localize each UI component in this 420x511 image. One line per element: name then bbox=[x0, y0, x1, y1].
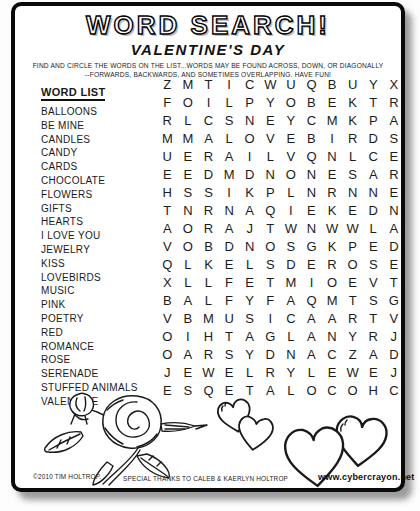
grid-cell-r5c6[interactable]: L bbox=[267, 148, 274, 166]
grid-cell-r3c2[interactable]: L bbox=[184, 112, 191, 130]
grid-cell-r2c4[interactable]: L bbox=[225, 94, 232, 112]
grid-cell-r5c1[interactable]: U bbox=[163, 148, 172, 166]
grid-cell-r14c5[interactable]: S bbox=[245, 310, 254, 328]
grid-cell-r4c9[interactable]: I bbox=[330, 130, 334, 148]
grid-cell-r4c5[interactable]: O bbox=[245, 130, 255, 148]
word-list-item: JEWELRY bbox=[41, 243, 166, 257]
grid-cell-r9c8[interactable]: N bbox=[307, 220, 316, 238]
grid-cell-r5c9[interactable]: N bbox=[327, 148, 336, 166]
grid-cell-r5c7[interactable]: V bbox=[287, 148, 296, 166]
grid-cell-r7c12[interactable]: E bbox=[389, 184, 398, 202]
grid-cell-r12c4[interactable]: F bbox=[225, 274, 233, 292]
grid-cell-r10c6[interactable]: O bbox=[265, 238, 275, 256]
grid-cell-r14c8[interactable]: A bbox=[307, 310, 316, 328]
grid-cell-r7c6[interactable]: P bbox=[266, 184, 275, 202]
grid-cell-r9c2[interactable]: O bbox=[183, 220, 193, 238]
grid-cell-r8c3[interactable]: R bbox=[204, 202, 213, 220]
grid-cell-r8c4[interactable]: N bbox=[224, 202, 233, 220]
grid-cell-r1c10[interactable]: U bbox=[348, 76, 357, 94]
word-list-item: CHOCOLATE bbox=[41, 174, 166, 188]
grid-cell-r12c10[interactable]: E bbox=[348, 274, 357, 292]
grid-cell-r16c11[interactable]: A bbox=[369, 346, 378, 364]
grid-cell-r15c7[interactable]: L bbox=[287, 328, 294, 346]
grid-cell-r5c2[interactable]: E bbox=[184, 148, 193, 166]
grid-cell-r7c10[interactable]: N bbox=[348, 184, 357, 202]
grid-cell-r13c11[interactable]: S bbox=[369, 292, 378, 310]
grid-cell-r5c4[interactable]: A bbox=[225, 148, 234, 166]
grid-cell-r14c1[interactable]: V bbox=[163, 310, 172, 328]
word-list-item: CANDLES bbox=[41, 133, 166, 147]
grid-cell-r13c3[interactable]: L bbox=[205, 292, 212, 310]
grid-cell-r16c4[interactable]: S bbox=[225, 346, 234, 364]
grid-cell-r14c12[interactable]: V bbox=[389, 310, 398, 328]
grid-cell-r12c9[interactable]: O bbox=[327, 274, 337, 292]
word-list-item: RED bbox=[41, 326, 166, 340]
grid-cell-r9c7[interactable]: W bbox=[285, 220, 297, 238]
grid-cell-r15c10[interactable]: Y bbox=[348, 328, 357, 346]
grid-cell-r4c11[interactable]: D bbox=[369, 130, 378, 148]
grid-cell-r12c11[interactable]: V bbox=[369, 274, 378, 292]
grid-cell-r11c2[interactable]: L bbox=[184, 256, 191, 274]
grid-cell-r3c10[interactable]: K bbox=[348, 112, 357, 130]
grid-cell-r10c2[interactable]: O bbox=[183, 238, 193, 256]
grid-cell-r7c1[interactable]: H bbox=[163, 184, 172, 202]
worksheet-page: WORD SEARCH! VALENTINE'S DAY FIND AND CI… bbox=[0, 0, 420, 511]
grid-cell-r17c12[interactable]: J bbox=[391, 364, 398, 382]
grid-cell-r17c9[interactable]: E bbox=[328, 364, 337, 382]
grid-cell-r3c3[interactable]: C bbox=[204, 112, 213, 130]
grid-cell-r3c12[interactable]: A bbox=[389, 112, 398, 130]
grid-cell-r8c10[interactable]: E bbox=[348, 202, 357, 220]
grid-cell-r17c2[interactable]: E bbox=[184, 364, 193, 382]
grid-cell-r12c2[interactable]: L bbox=[184, 274, 191, 292]
grid-cell-r18c12[interactable]: C bbox=[389, 382, 398, 400]
grid-cell-r15c6[interactable]: G bbox=[265, 328, 275, 346]
grid-cell-r13c4[interactable]: F bbox=[225, 292, 233, 310]
grid-cell-r17c5[interactable]: L bbox=[246, 364, 253, 382]
grid-cell-r17c7[interactable]: Y bbox=[287, 364, 296, 382]
grid-cell-r17c10[interactable]: W bbox=[347, 364, 359, 382]
grid-cell-r2c8[interactable]: B bbox=[307, 94, 316, 112]
grid-cell-r6c1[interactable]: E bbox=[163, 166, 172, 184]
grid-cell-r16c5[interactable]: Y bbox=[245, 346, 254, 364]
grid-cell-r10c11[interactable]: E bbox=[369, 238, 378, 256]
word-list-header: WORD LIST bbox=[41, 86, 105, 101]
grid-cell-r16c8[interactable]: A bbox=[307, 346, 316, 364]
grid-cell-r14c4[interactable]: U bbox=[224, 310, 233, 328]
grid-cell-r17c3[interactable]: W bbox=[202, 364, 214, 382]
grid-cell-r17c4[interactable]: E bbox=[225, 364, 234, 382]
grid-cell-r10c5[interactable]: N bbox=[245, 238, 254, 256]
grid-cell-r2c9[interactable]: E bbox=[328, 94, 337, 112]
letter-grid: ZMTICWUQBUYXFOILPYOBEKTRRLCSNEYCMKPAMMAL… bbox=[157, 76, 404, 400]
grid-cell-r10c8[interactable]: G bbox=[306, 238, 316, 256]
grid-cell-r9c11[interactable]: L bbox=[370, 220, 377, 238]
grid-cell-r2c11[interactable]: T bbox=[369, 94, 377, 112]
grid-cell-r10c12[interactable]: D bbox=[389, 238, 398, 256]
word-list-item: POETRY bbox=[41, 312, 166, 326]
grid-cell-r10c1[interactable]: V bbox=[163, 238, 172, 256]
grid-cell-r15c5[interactable]: A bbox=[245, 328, 254, 346]
grid-cell-r16c2[interactable]: A bbox=[184, 346, 193, 364]
grid-cell-r9c6[interactable]: T bbox=[266, 220, 274, 238]
grid-cell-r8c6[interactable]: Q bbox=[265, 202, 275, 220]
page-title: WORD SEARCH! bbox=[15, 10, 401, 40]
grid-cell-r11c12[interactable]: E bbox=[389, 256, 398, 274]
copyright-text: ©2010 TIM HOLTROP. bbox=[33, 473, 101, 480]
word-list-item: CANDY bbox=[41, 146, 166, 160]
grid-cell-r5c12[interactable]: E bbox=[389, 148, 398, 166]
word-list: WORD LIST BALLOONSBE MINECANDLESCANDYCAR… bbox=[41, 82, 166, 409]
grid-cell-r4c8[interactable]: B bbox=[307, 130, 316, 148]
grid-cell-r11c8[interactable]: E bbox=[307, 256, 316, 274]
grid-cell-r1c5[interactable]: C bbox=[245, 76, 254, 94]
grid-cell-r13c12[interactable]: G bbox=[389, 292, 399, 310]
grid-cell-r1c2[interactable]: M bbox=[182, 76, 193, 94]
word-list-item: PINK bbox=[41, 298, 166, 312]
grid-cell-r10c4[interactable]: D bbox=[224, 238, 233, 256]
grid-cell-r18c8[interactable]: O bbox=[306, 382, 316, 400]
grid-cell-r13c8[interactable]: Q bbox=[306, 292, 316, 310]
grid-cell-r6c6[interactable]: N bbox=[266, 166, 275, 184]
grid-cell-r4c6[interactable]: V bbox=[266, 130, 275, 148]
grid-cell-r13c9[interactable]: M bbox=[327, 292, 338, 310]
grid-cell-r1c7[interactable]: U bbox=[286, 76, 295, 94]
grid-cell-r14c9[interactable]: A bbox=[328, 310, 337, 328]
grid-cell-r6c7[interactable]: O bbox=[286, 166, 296, 184]
word-list-item: MUSIC bbox=[41, 284, 166, 298]
grid-cell-r10c3[interactable]: B bbox=[204, 238, 213, 256]
grid-cell-r1c12[interactable]: X bbox=[389, 76, 398, 94]
grid-cell-r10c9[interactable]: K bbox=[328, 238, 337, 256]
grid-cell-r4c4[interactable]: L bbox=[225, 130, 232, 148]
grid-cell-r1c6[interactable]: W bbox=[264, 76, 276, 94]
grid-cell-r16c9[interactable]: C bbox=[327, 346, 336, 364]
word-list-item: CARDS bbox=[41, 160, 166, 174]
grid-cell-r2c2[interactable]: O bbox=[183, 94, 193, 112]
page-subtitle: VALENTINE'S DAY bbox=[15, 41, 401, 58]
grid-cell-r5c3[interactable]: R bbox=[204, 148, 213, 166]
grid-cell-r13c6[interactable]: F bbox=[266, 292, 274, 310]
word-list-item: ROMANCE bbox=[41, 340, 166, 354]
grid-cell-r6c5[interactable]: D bbox=[245, 166, 254, 184]
grid-cell-r1c3[interactable]: T bbox=[205, 76, 213, 94]
grid-cell-r1c9[interactable]: B bbox=[328, 76, 337, 94]
grid-cell-r6c4[interactable]: M bbox=[224, 166, 235, 184]
grid-cell-r10c7[interactable]: S bbox=[287, 238, 296, 256]
grid-cell-r9c3[interactable]: R bbox=[204, 220, 213, 238]
grid-cell-r14c3[interactable]: M bbox=[203, 310, 214, 328]
grid-cell-r16c6[interactable]: D bbox=[266, 346, 275, 364]
word-list-item: SERENADE bbox=[41, 367, 166, 381]
grid-cell-r3c11[interactable]: P bbox=[369, 112, 378, 130]
grid-cell-r7c3[interactable]: S bbox=[204, 184, 213, 202]
word-list-item: I LOVE YOU bbox=[41, 229, 166, 243]
grid-cell-r12c5[interactable]: E bbox=[245, 274, 254, 292]
grid-cell-r14c6[interactable]: I bbox=[268, 310, 272, 328]
grid-cell-r12c7[interactable]: M bbox=[285, 274, 296, 292]
grid-cell-r14c10[interactable]: R bbox=[348, 310, 357, 328]
grid-cell-r8c2[interactable]: N bbox=[183, 202, 192, 220]
word-list-item: GIFTS bbox=[41, 202, 166, 216]
word-list-items: BALLOONSBE MINECANDLESCANDYCARDSCHOCOLAT… bbox=[41, 105, 166, 409]
grid-cell-r14c7[interactable]: C bbox=[286, 310, 295, 328]
grid-cell-r6c8[interactable]: N bbox=[307, 166, 316, 184]
grid-cell-r7c2[interactable]: S bbox=[184, 184, 193, 202]
grid-cell-r15c2[interactable]: I bbox=[186, 328, 190, 346]
grid-cell-r8c5[interactable]: A bbox=[245, 202, 254, 220]
grid-cell-r4c1[interactable]: M bbox=[162, 130, 173, 148]
grid-cell-r11c11[interactable]: S bbox=[369, 256, 378, 274]
grid-cell-r3c4[interactable]: S bbox=[225, 112, 234, 130]
grid-cell-r4c7[interactable]: E bbox=[287, 130, 296, 148]
thanks-text: SPECIAL THANKS TO CALEB & KAERLYN HOLTRO… bbox=[123, 475, 288, 482]
grid-cell-r11c9[interactable]: R bbox=[327, 256, 336, 274]
grid-cell-r3c9[interactable]: M bbox=[327, 112, 338, 130]
header: WORD SEARCH! VALENTINE'S DAY FIND AND CI… bbox=[15, 10, 401, 79]
grid-cell-r9c10[interactable]: W bbox=[347, 220, 359, 238]
website-text: www.cybercrayon.net bbox=[318, 472, 415, 482]
grid-cell-r11c4[interactable]: E bbox=[225, 256, 234, 274]
grid-cell-r8c7[interactable]: I bbox=[289, 202, 293, 220]
grid-cell-r6c11[interactable]: A bbox=[369, 166, 378, 184]
grid-cell-r5c8[interactable]: Q bbox=[306, 148, 316, 166]
grid-cell-r4c3[interactable]: A bbox=[204, 130, 213, 148]
grid-cell-r3c7[interactable]: Y bbox=[287, 112, 296, 130]
grid-cell-r5c5[interactable]: I bbox=[248, 148, 252, 166]
grid-cell-r2c1[interactable]: F bbox=[163, 94, 171, 112]
grid-cell-r11c3[interactable]: K bbox=[204, 256, 213, 274]
page-frame: WORD SEARCH! VALENTINE'S DAY FIND AND CI… bbox=[11, 2, 405, 492]
grid-cell-r12c3[interactable]: L bbox=[205, 274, 212, 292]
grid-cell-r4c2[interactable]: M bbox=[182, 130, 193, 148]
grid-cell-r17c1[interactable]: J bbox=[164, 364, 171, 382]
grid-cell-r16c1[interactable]: O bbox=[162, 346, 172, 364]
grid-cell-r1c1[interactable]: Z bbox=[163, 76, 171, 94]
grid-cell-r2c5[interactable]: P bbox=[245, 94, 254, 112]
grid-cell-r5c11[interactable]: C bbox=[369, 148, 378, 166]
grid-cell-r3c6[interactable]: E bbox=[266, 112, 275, 130]
grid-cell-r18c7[interactable]: L bbox=[287, 382, 294, 400]
grid-cell-r11c6[interactable]: S bbox=[266, 256, 275, 274]
instructions-line1: FIND AND CIRCLE THE WORDS ON THE LIST...… bbox=[15, 61, 401, 70]
grid-cell-r6c10[interactable]: S bbox=[348, 166, 357, 184]
grid-cell-r7c11[interactable]: N bbox=[369, 184, 378, 202]
small-hearts-icon bbox=[215, 398, 277, 452]
grid-cell-r13c10[interactable]: T bbox=[349, 292, 357, 310]
grid-cell-r17c8[interactable]: L bbox=[308, 364, 315, 382]
grid-cell-r12c12[interactable]: T bbox=[390, 274, 398, 292]
grid-cell-r2c3[interactable]: I bbox=[207, 94, 211, 112]
grid-cell-r11c10[interactable]: O bbox=[348, 256, 358, 274]
grid-cell-r7c5[interactable]: K bbox=[245, 184, 254, 202]
grid-cell-r3c8[interactable]: C bbox=[307, 112, 316, 130]
grid-cell-r7c8[interactable]: N bbox=[307, 184, 316, 202]
grid-cell-r8c9[interactable]: K bbox=[328, 202, 337, 220]
grid-cell-r1c4[interactable]: I bbox=[227, 76, 231, 94]
grid-cell-r1c11[interactable]: Y bbox=[369, 76, 378, 94]
grid-cell-r16c10[interactable]: Z bbox=[349, 346, 357, 364]
grid-cell-r15c1[interactable]: O bbox=[162, 328, 172, 346]
grid-cell-r4c12[interactable]: S bbox=[389, 130, 398, 148]
word-list-item: BALLOONS bbox=[41, 105, 166, 119]
grid-cell-r11c7[interactable]: D bbox=[286, 256, 295, 274]
word-list-item: FLOWERS bbox=[41, 188, 166, 202]
rose-illustration-icon bbox=[41, 390, 226, 486]
grid-cell-r17c11[interactable]: E bbox=[369, 364, 378, 382]
grid-cell-r16c7[interactable]: N bbox=[286, 346, 295, 364]
grid-cell-r12c6[interactable]: T bbox=[266, 274, 274, 292]
grid-cell-r13c2[interactable]: A bbox=[184, 292, 193, 310]
grid-cell-r15c9[interactable]: N bbox=[327, 328, 336, 346]
grid-cell-r18c10[interactable]: O bbox=[348, 382, 358, 400]
grid-cell-r9c9[interactable]: W bbox=[326, 220, 338, 238]
grid-cell-r8c12[interactable]: N bbox=[389, 202, 398, 220]
grid-cell-r15c3[interactable]: H bbox=[204, 328, 213, 346]
grid-cell-r9c12[interactable]: A bbox=[389, 220, 398, 238]
grid-cell-r4c10[interactable]: R bbox=[348, 130, 357, 148]
grid-cell-r1c8[interactable]: Q bbox=[306, 76, 316, 94]
grid-cell-r15c8[interactable]: A bbox=[307, 328, 316, 346]
grid-cell-r3c5[interactable]: N bbox=[245, 112, 254, 130]
grid-cell-r8c8[interactable]: E bbox=[307, 202, 316, 220]
grid-cell-r16c12[interactable]: D bbox=[389, 346, 398, 364]
grid-cell-r12c8[interactable]: I bbox=[310, 274, 314, 292]
grid-cell-r12c1[interactable]: X bbox=[163, 274, 172, 292]
grid-cell-r6c9[interactable]: E bbox=[328, 166, 337, 184]
word-list-item: KISS bbox=[41, 257, 166, 271]
grid-cell-r5c10[interactable]: L bbox=[349, 148, 356, 166]
grid-cell-r9c1[interactable]: A bbox=[163, 220, 172, 238]
grid-cell-r7c7[interactable]: L bbox=[287, 184, 294, 202]
word-list-item: ROSE bbox=[41, 353, 166, 367]
grid-cell-r13c1[interactable]: B bbox=[163, 292, 172, 310]
grid-cell-r16c3[interactable]: R bbox=[204, 346, 213, 364]
grid-cell-r13c7[interactable]: A bbox=[287, 292, 296, 310]
grid-cell-r15c12[interactable]: J bbox=[391, 328, 398, 346]
grid-cell-r6c3[interactable]: D bbox=[204, 166, 213, 184]
grid-cell-r14c2[interactable]: B bbox=[184, 310, 193, 328]
grid-cell-r7c4[interactable]: I bbox=[227, 184, 231, 202]
word-list-item: LOVEBIRDS bbox=[41, 271, 166, 285]
grid-cell-r9c5[interactable]: J bbox=[246, 220, 253, 238]
grid-cell-r17c6[interactable]: R bbox=[266, 364, 275, 382]
grid-cell-r8c1[interactable]: T bbox=[163, 202, 171, 220]
grid-cell-r9c4[interactable]: A bbox=[225, 220, 234, 238]
grid-cell-r6c12[interactable]: R bbox=[389, 166, 398, 184]
word-list-item: BE MINE bbox=[41, 119, 166, 133]
grid-cell-r2c7[interactable]: O bbox=[286, 94, 296, 112]
grid-cell-r2c12[interactable]: R bbox=[389, 94, 398, 112]
grid-cell-r18c11[interactable]: H bbox=[369, 382, 378, 400]
grid-cell-r3c1[interactable]: R bbox=[163, 112, 172, 130]
grid-cell-r2c10[interactable]: K bbox=[348, 94, 357, 112]
grid-cell-r13c5[interactable]: Y bbox=[245, 292, 254, 310]
grid-cell-r11c1[interactable]: Q bbox=[162, 256, 172, 274]
grid-cell-r15c4[interactable]: T bbox=[225, 328, 233, 346]
grid-cell-r2c6[interactable]: Y bbox=[266, 94, 275, 112]
grid-cell-r15c11[interactable]: R bbox=[369, 328, 378, 346]
grid-cell-r10c10[interactable]: P bbox=[348, 238, 357, 256]
grid-cell-r11c5[interactable]: L bbox=[246, 256, 253, 274]
grid-cell-r7c9[interactable]: R bbox=[327, 184, 336, 202]
grid-cell-r8c11[interactable]: D bbox=[369, 202, 378, 220]
grid-cell-r18c9[interactable]: C bbox=[327, 382, 336, 400]
word-list-item: HEARTS bbox=[41, 215, 166, 229]
grid-cell-r14c11[interactable]: T bbox=[369, 310, 377, 328]
grid-cell-r6c2[interactable]: E bbox=[184, 166, 193, 184]
